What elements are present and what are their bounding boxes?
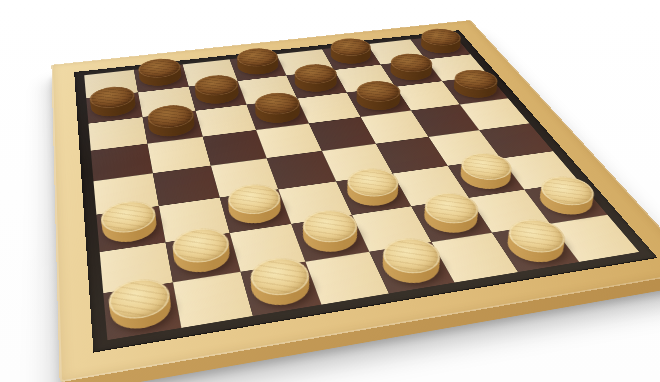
board-frame <box>51 20 660 382</box>
board-square <box>173 272 253 328</box>
game-board <box>51 20 660 382</box>
photo-background <box>0 0 660 382</box>
dark-piece[interactable] <box>252 101 304 128</box>
board-grid <box>84 35 639 341</box>
